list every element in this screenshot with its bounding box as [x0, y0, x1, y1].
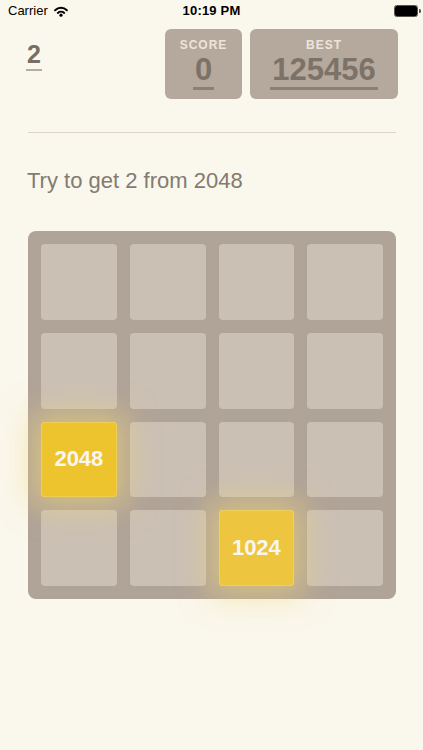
board-cell — [130, 422, 206, 498]
board-cell — [219, 422, 295, 498]
game-board[interactable]: 20481024 — [28, 231, 396, 599]
board-cell — [41, 510, 117, 586]
board-cell — [130, 510, 206, 586]
status-time: 10:19 PM — [0, 3, 423, 18]
board-cell — [307, 422, 383, 498]
board-cell — [130, 333, 206, 409]
tile-1024: 1024 — [219, 510, 295, 586]
board-cell — [41, 333, 117, 409]
score-panel: SCORE 0 BEST 125456 — [165, 29, 398, 99]
battery-icon — [394, 5, 418, 17]
best-value: 125456 — [270, 53, 377, 90]
status-right — [394, 5, 418, 17]
board-cell — [130, 244, 206, 320]
board-cell — [307, 333, 383, 409]
board-cell — [219, 244, 295, 320]
tile-2048: 2048 — [41, 422, 117, 498]
divider — [28, 132, 396, 133]
goal-subtitle: Try to get 2 from 2048 — [27, 168, 243, 194]
board-cell: 2048 — [41, 422, 117, 498]
best-label: BEST — [306, 38, 342, 52]
board-cell — [307, 510, 383, 586]
score-label: SCORE — [180, 38, 228, 52]
goal-tile-label: 2 — [26, 42, 42, 71]
status-bar: Carrier 10:19 PM — [0, 0, 423, 20]
score-box: SCORE 0 — [165, 29, 242, 99]
board-cell — [41, 244, 117, 320]
board-cell: 1024 — [219, 510, 295, 586]
best-box: BEST 125456 — [250, 29, 398, 99]
board-cell — [219, 333, 295, 409]
score-value: 0 — [193, 53, 214, 90]
board-cell — [307, 244, 383, 320]
app-screen: Carrier 10:19 PM 2 SCORE 0 BEST 125456 T… — [0, 0, 423, 750]
